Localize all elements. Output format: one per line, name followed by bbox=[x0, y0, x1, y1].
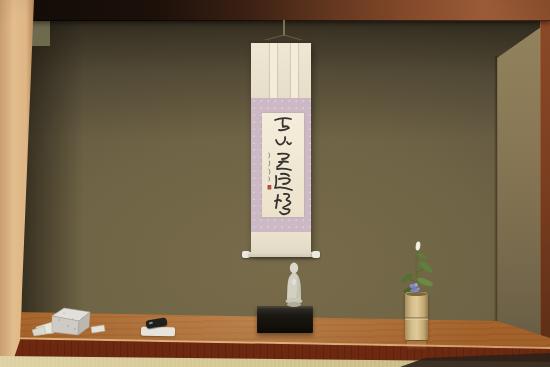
alcove-lintel-beam bbox=[0, 0, 550, 21]
right-wood-frame bbox=[540, 18, 550, 348]
scroll-body bbox=[251, 43, 311, 252]
vase-mouth bbox=[406, 292, 427, 296]
bamboo-node bbox=[405, 317, 428, 320]
white-paper-base bbox=[141, 327, 175, 337]
flower-arrangement bbox=[392, 238, 444, 300]
white-flower-bud bbox=[415, 241, 421, 251]
scroll-futai-ribbon bbox=[270, 43, 277, 98]
vase-reflection bbox=[407, 341, 426, 350]
scroll-lower-mount bbox=[251, 232, 311, 252]
bamboo-vase bbox=[405, 292, 428, 340]
scroll-roller-knob bbox=[312, 251, 320, 258]
scroll-roller-bar bbox=[249, 252, 313, 257]
artist-seal bbox=[268, 185, 272, 189]
kannon-statuette bbox=[279, 261, 309, 309]
calligraphy-text bbox=[262, 113, 304, 217]
scroll-roller bbox=[242, 251, 320, 258]
tokonoma-alcove-photo bbox=[0, 0, 550, 367]
wall-corner-shadow bbox=[494, 56, 498, 324]
scroll-futai-ribbon bbox=[291, 43, 298, 98]
statue-stand bbox=[257, 306, 313, 333]
wrapped-box-and-papers bbox=[28, 300, 118, 340]
scroll-paper bbox=[262, 113, 304, 217]
scroll-upper-mount bbox=[251, 43, 311, 98]
hanging-scroll bbox=[249, 40, 313, 258]
